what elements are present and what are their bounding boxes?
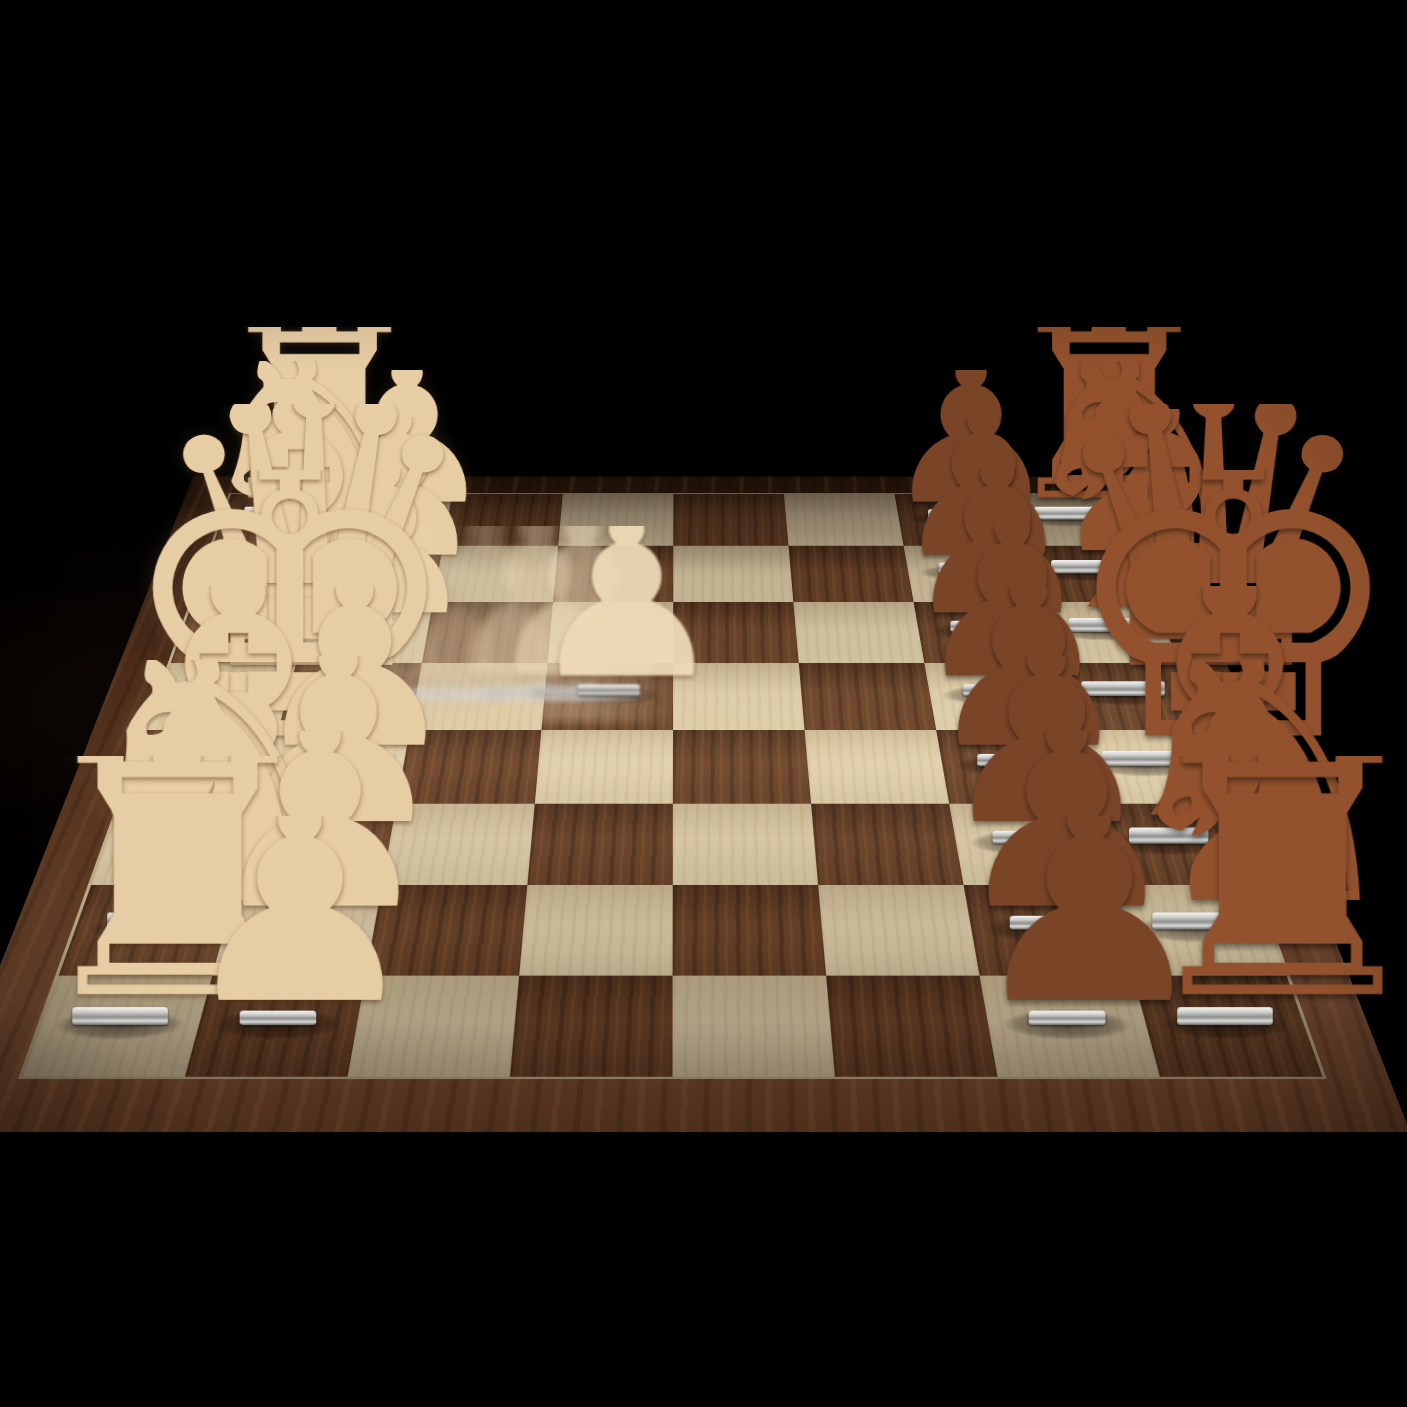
square-g4 <box>519 885 673 975</box>
square-e4 <box>535 730 673 804</box>
chess-photo-scene: ♜♟♟♜♞♟♟♞♝♟♟♝♛♟♛♚♟♟♚♝♟♟♝♞♟♟♞♜♟♟♜♟♟♟♟♟♟ <box>0 0 1407 1407</box>
silver-base <box>1029 1011 1106 1025</box>
black-rook-h8: ♜ <box>1123 756 1326 1025</box>
chessboard: ♜♟♟♜♞♟♟♞♝♟♟♝♛♟♛♚♟♟♚♝♟♟♝♞♟♟♞♜♟♟♜♟♟♟♟♟♟ <box>0 476 1407 1132</box>
square-f4 <box>527 804 673 885</box>
white-pawn-icon: ♟ <box>176 791 379 1017</box>
square-h5 <box>672 976 834 1077</box>
silver-base <box>240 1011 317 1025</box>
square-g5 <box>673 885 826 975</box>
board-front-edge <box>0 1132 1407 1244</box>
white-pawn-h2: ♟ <box>176 816 379 1025</box>
black-rook-icon: ♜ <box>1123 727 1326 1018</box>
square-h4 <box>510 976 673 1077</box>
square-f5 <box>673 804 818 885</box>
ghost-white-pawn: ♟ <box>526 526 692 696</box>
square-e5 <box>673 730 811 804</box>
silver-base <box>578 684 640 696</box>
white-pawn-icon: ♟ <box>526 506 692 690</box>
silver-base <box>1177 1007 1273 1025</box>
silver-base <box>72 1007 168 1025</box>
